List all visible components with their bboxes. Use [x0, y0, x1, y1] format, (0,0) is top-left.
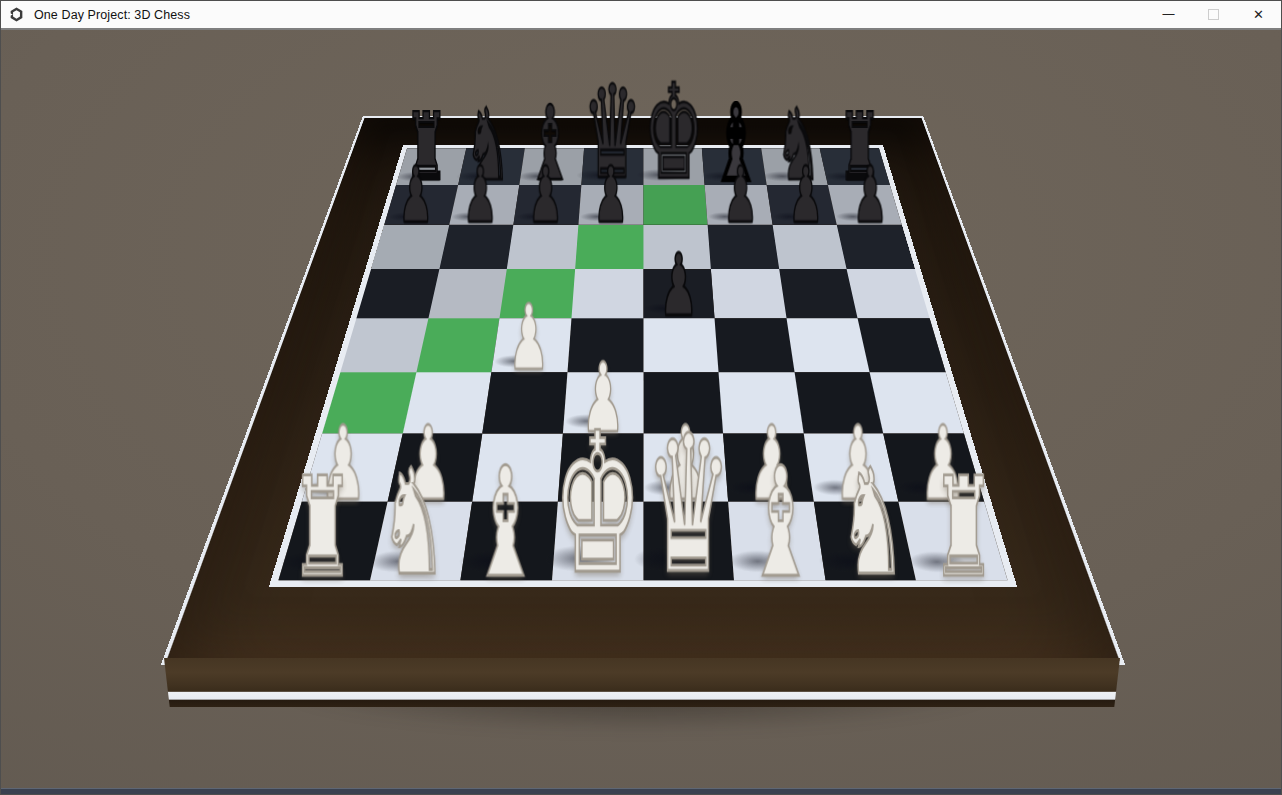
square-a4[interactable]: [340, 318, 428, 372]
black-pawn-a7[interactable]: ♟: [398, 163, 434, 229]
square-c1[interactable]: ♝: [461, 502, 558, 580]
square-c7[interactable]: ♟: [514, 185, 582, 225]
unity-logo-icon: [8, 6, 25, 23]
square-a1[interactable]: ♜: [278, 502, 387, 580]
square-e8[interactable]: ♚: [643, 148, 705, 185]
square-f5[interactable]: [711, 269, 786, 318]
window-controls: — ✕: [1146, 1, 1281, 28]
square-g7[interactable]: ♟: [766, 185, 837, 225]
black-pawn-h7[interactable]: ♟: [853, 163, 889, 229]
square-c4[interactable]: ♟: [492, 318, 572, 372]
square-c6[interactable]: [507, 225, 578, 269]
square-g5[interactable]: [779, 269, 858, 318]
square-f4[interactable]: [715, 318, 795, 372]
chess-board[interactable]: ♜♞♝♛♚♝♞♜♟♟♟♟♟♟♟♟♟♟♟♟♟♟♟♟♜♞♝♚♛♝♞♜: [161, 116, 1125, 664]
white-queen-e1[interactable]: ♛: [645, 426, 732, 587]
black-pawn-e5[interactable]: ♟: [659, 250, 698, 323]
black-pawn-c7[interactable]: ♟: [528, 163, 564, 229]
white-king-d1[interactable]: ♚: [552, 422, 641, 587]
square-h7[interactable]: ♟: [828, 185, 902, 225]
white-knight-b1[interactable]: ♞: [380, 463, 448, 588]
close-icon: ✕: [1253, 7, 1264, 22]
square-h6[interactable]: [837, 225, 915, 269]
square-g4[interactable]: [786, 318, 870, 372]
app-window: One Day Project: 3D Chess — ✕ ♜♞♝♛♚♝♞♜♟♟…: [0, 0, 1282, 795]
minimize-button[interactable]: —: [1146, 1, 1191, 28]
black-pawn-f7[interactable]: ♟: [723, 163, 759, 229]
square-f1[interactable]: ♝: [728, 502, 825, 580]
square-e4[interactable]: [643, 318, 719, 372]
square-b7[interactable]: ♟: [449, 185, 520, 225]
square-h4[interactable]: [858, 318, 946, 372]
square-b6[interactable]: [439, 225, 514, 269]
board-frame: ♜♞♝♛♚♝♞♜♟♟♟♟♟♟♟♟♟♟♟♟♟♟♟♟♜♞♝♚♛♝♞♜: [161, 116, 1125, 664]
square-b1[interactable]: ♞: [370, 502, 473, 580]
square-f6[interactable]: [708, 225, 779, 269]
black-pawn-g7[interactable]: ♟: [788, 163, 824, 229]
square-d1[interactable]: ♚: [552, 502, 643, 580]
square-g6[interactable]: [772, 225, 847, 269]
minimize-icon: —: [1163, 7, 1175, 21]
game-viewport: ♜♞♝♛♚♝♞♜♟♟♟♟♟♟♟♟♟♟♟♟♟♟♟♟♜♞♝♚♛♝♞♜: [1, 30, 1281, 794]
square-a5[interactable]: [357, 269, 440, 318]
maximize-icon: [1208, 9, 1219, 20]
black-king-e8[interactable]: ♚: [644, 77, 704, 189]
white-bishop-f1[interactable]: ♝: [746, 458, 816, 587]
square-e1[interactable]: ♛: [643, 502, 734, 580]
board-edge: [164, 658, 1120, 707]
viewport-bottom-strip: [1, 788, 1281, 794]
square-h5[interactable]: [847, 269, 930, 318]
white-pawn-c4[interactable]: ♟: [508, 301, 550, 378]
square-d5[interactable]: [571, 269, 643, 318]
square-f7[interactable]: ♟: [705, 185, 773, 225]
white-bishop-c1[interactable]: ♝: [471, 458, 541, 587]
maximize-button[interactable]: [1191, 1, 1236, 28]
close-button[interactable]: ✕: [1236, 1, 1281, 28]
black-pawn-d7[interactable]: ♟: [593, 163, 629, 229]
window-title: One Day Project: 3D Chess: [34, 8, 190, 22]
square-d6[interactable]: [575, 225, 643, 269]
square-e7[interactable]: [643, 185, 708, 225]
chess-board-grid: ♜♞♝♛♚♝♞♜♟♟♟♟♟♟♟♟♟♟♟♟♟♟♟♟♜♞♝♚♛♝♞♜: [269, 145, 1018, 587]
white-rook-a1[interactable]: ♜: [291, 471, 354, 588]
white-knight-g1[interactable]: ♞: [838, 463, 906, 588]
black-pawn-b7[interactable]: ♟: [463, 163, 499, 229]
square-b5[interactable]: [428, 269, 507, 318]
square-g1[interactable]: ♞: [814, 502, 917, 580]
window-titlebar[interactable]: One Day Project: 3D Chess — ✕: [1, 1, 1281, 30]
white-rook-h1[interactable]: ♜: [932, 471, 995, 588]
square-e5[interactable]: ♟: [643, 269, 715, 318]
square-a6[interactable]: [371, 225, 449, 269]
square-h1[interactable]: ♜: [899, 502, 1008, 580]
square-d7[interactable]: ♟: [578, 185, 643, 225]
